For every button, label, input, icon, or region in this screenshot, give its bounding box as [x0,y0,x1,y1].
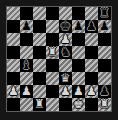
square-a2[interactable]: ♟ [7,85,20,98]
square-b1[interactable] [20,98,33,111]
square-g5[interactable] [85,46,98,59]
square-g4[interactable] [85,59,98,72]
square-h5[interactable] [98,46,111,59]
square-h4[interactable] [98,59,111,72]
piece-white-king[interactable]: ♚ [73,98,84,111]
square-g6[interactable] [85,33,98,46]
square-d3[interactable] [46,72,59,85]
square-d7[interactable] [46,20,59,33]
square-b2[interactable]: ♟ [20,85,33,98]
square-a8[interactable] [7,7,20,20]
square-c7[interactable] [33,20,46,33]
piece-white-rook[interactable]: ♜ [99,98,110,111]
piece-black-pawn[interactable]: ♟ [86,20,97,33]
piece-white-pawn[interactable]: ♟ [60,85,71,98]
piece-white-rook[interactable]: ♜ [47,46,58,59]
piece-white-pawn[interactable]: ♟ [21,85,32,98]
piece-white-pawn[interactable]: ♟ [8,85,19,98]
square-b6[interactable] [20,33,33,46]
piece-black-pawn[interactable]: ♟ [99,20,110,33]
square-g1[interactable] [85,98,98,111]
square-e1[interactable] [59,98,72,111]
square-a6[interactable] [7,33,20,46]
square-a7[interactable] [7,20,20,33]
square-a4[interactable] [7,59,20,72]
square-d1[interactable] [46,98,59,111]
piece-black-pawn[interactable]: ♟ [73,20,84,33]
square-e5[interactable]: ♞ [59,46,72,59]
square-b7[interactable]: ♟ [20,20,33,33]
piece-black-pawn[interactable]: ♟ [21,20,32,33]
square-a1[interactable] [7,98,20,111]
square-d8[interactable] [46,7,59,20]
square-g2[interactable]: ♟ [85,85,98,98]
square-f6[interactable] [72,33,85,46]
square-f4[interactable] [72,59,85,72]
square-c4[interactable] [33,59,46,72]
square-b4[interactable]: ♝ [20,59,33,72]
square-f5[interactable] [72,46,85,59]
piece-white-rook[interactable]: ♜ [34,98,45,111]
square-h1[interactable]: ♜ [98,98,111,111]
square-d4[interactable] [46,59,59,72]
square-f7[interactable]: ♟ [72,20,85,33]
piece-black-knight[interactable]: ♞ [60,46,71,59]
piece-black-bishop[interactable]: ♝ [21,59,32,72]
square-h7[interactable]: ♟ [98,20,111,33]
chess-board: ♜♟♚♟♟♟♟♜♞♝♛♟♟♟♟♟♟♜♚♜ [6,6,112,112]
piece-white-pawn[interactable]: ♟ [86,85,97,98]
square-g7[interactable]: ♟ [85,20,98,33]
square-e2[interactable]: ♟ [59,85,72,98]
square-c8[interactable] [33,7,46,20]
square-c1[interactable]: ♜ [33,98,46,111]
square-d2[interactable] [46,85,59,98]
square-c3[interactable] [33,72,46,85]
square-d5[interactable]: ♜ [46,46,59,59]
square-c5[interactable] [33,46,46,59]
square-c6[interactable] [33,33,46,46]
square-h6[interactable] [98,33,111,46]
square-f1[interactable]: ♚ [72,98,85,111]
square-a5[interactable] [7,46,20,59]
